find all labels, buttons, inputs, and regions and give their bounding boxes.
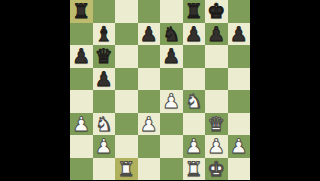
- square-h1[interactable]: [228, 158, 251, 181]
- piece-black-pawn[interactable]: ♟: [230, 22, 248, 45]
- square-e3[interactable]: [160, 113, 183, 136]
- square-a2[interactable]: [70, 135, 93, 158]
- square-a4[interactable]: [70, 90, 93, 113]
- square-a3[interactable]: ♟: [70, 113, 93, 136]
- square-g7[interactable]: ♟: [205, 23, 228, 46]
- square-g2[interactable]: ♟: [205, 135, 228, 158]
- piece-white-queen[interactable]: ♛: [207, 112, 225, 135]
- square-a7[interactable]: [70, 23, 93, 46]
- piece-white-knight[interactable]: ♞: [185, 90, 203, 113]
- chess-board: ♜♜♚♝♟♞♟♟♟♟♛♟♟♟♞♟♞♟♛♟♟♟♟♜♜♚: [70, 0, 250, 180]
- square-g5[interactable]: [205, 68, 228, 91]
- piece-black-pawn[interactable]: ♟: [207, 22, 225, 45]
- square-b2[interactable]: ♟: [93, 135, 116, 158]
- piece-white-pawn[interactable]: ♟: [207, 135, 225, 158]
- piece-black-pawn[interactable]: ♟: [95, 67, 113, 90]
- piece-white-pawn[interactable]: ♟: [72, 112, 90, 135]
- square-c8[interactable]: [115, 0, 138, 23]
- square-h5[interactable]: [228, 68, 251, 91]
- piece-white-pawn[interactable]: ♟: [230, 135, 248, 158]
- square-c1[interactable]: ♜: [115, 158, 138, 181]
- square-c2[interactable]: [115, 135, 138, 158]
- square-c7[interactable]: [115, 23, 138, 46]
- square-f4[interactable]: ♞: [183, 90, 206, 113]
- square-d2[interactable]: [138, 135, 161, 158]
- square-d8[interactable]: [138, 0, 161, 23]
- square-c6[interactable]: [115, 45, 138, 68]
- piece-black-king[interactable]: ♚: [207, 0, 225, 22]
- square-f1[interactable]: ♜: [183, 158, 206, 181]
- square-a6[interactable]: ♟: [70, 45, 93, 68]
- piece-white-pawn[interactable]: ♟: [185, 135, 203, 158]
- square-b6[interactable]: ♛: [93, 45, 116, 68]
- square-h8[interactable]: [228, 0, 251, 23]
- piece-white-king[interactable]: ♚: [207, 157, 225, 180]
- square-e2[interactable]: [160, 135, 183, 158]
- square-e6[interactable]: ♟: [160, 45, 183, 68]
- square-d7[interactable]: ♟: [138, 23, 161, 46]
- square-b3[interactable]: ♞: [93, 113, 116, 136]
- piece-black-rook[interactable]: ♜: [72, 0, 90, 22]
- square-d4[interactable]: [138, 90, 161, 113]
- square-g3[interactable]: ♛: [205, 113, 228, 136]
- square-d1[interactable]: [138, 158, 161, 181]
- square-g4[interactable]: [205, 90, 228, 113]
- piece-black-pawn[interactable]: ♟: [140, 22, 158, 45]
- square-h4[interactable]: [228, 90, 251, 113]
- square-a8[interactable]: ♜: [70, 0, 93, 23]
- piece-white-rook[interactable]: ♜: [185, 157, 203, 180]
- square-b5[interactable]: ♟: [93, 68, 116, 91]
- square-h7[interactable]: ♟: [228, 23, 251, 46]
- square-f6[interactable]: [183, 45, 206, 68]
- square-b4[interactable]: [93, 90, 116, 113]
- square-e1[interactable]: [160, 158, 183, 181]
- square-c4[interactable]: [115, 90, 138, 113]
- square-d5[interactable]: [138, 68, 161, 91]
- square-d3[interactable]: ♟: [138, 113, 161, 136]
- square-g1[interactable]: ♚: [205, 158, 228, 181]
- square-a5[interactable]: [70, 68, 93, 91]
- square-e8[interactable]: [160, 0, 183, 23]
- piece-white-pawn[interactable]: ♟: [162, 90, 180, 113]
- piece-black-pawn[interactable]: ♟: [162, 45, 180, 68]
- piece-white-pawn[interactable]: ♟: [140, 112, 158, 135]
- piece-white-pawn[interactable]: ♟: [95, 135, 113, 158]
- square-d6[interactable]: [138, 45, 161, 68]
- square-b8[interactable]: [93, 0, 116, 23]
- square-c3[interactable]: [115, 113, 138, 136]
- square-c5[interactable]: [115, 68, 138, 91]
- square-h2[interactable]: ♟: [228, 135, 251, 158]
- square-a1[interactable]: [70, 158, 93, 181]
- square-f5[interactable]: [183, 68, 206, 91]
- piece-black-pawn[interactable]: ♟: [72, 45, 90, 68]
- square-e7[interactable]: ♞: [160, 23, 183, 46]
- square-b7[interactable]: ♝: [93, 23, 116, 46]
- square-f2[interactable]: ♟: [183, 135, 206, 158]
- square-f3[interactable]: [183, 113, 206, 136]
- square-f8[interactable]: ♜: [183, 0, 206, 23]
- square-b1[interactable]: [93, 158, 116, 181]
- square-e5[interactable]: [160, 68, 183, 91]
- piece-white-rook[interactable]: ♜: [117, 157, 135, 180]
- piece-black-knight[interactable]: ♞: [162, 22, 180, 45]
- piece-black-queen[interactable]: ♛: [95, 45, 113, 68]
- piece-black-pawn[interactable]: ♟: [185, 22, 203, 45]
- piece-black-bishop[interactable]: ♝: [95, 22, 113, 45]
- square-g6[interactable]: [205, 45, 228, 68]
- piece-black-rook[interactable]: ♜: [185, 0, 203, 22]
- square-g8[interactable]: ♚: [205, 0, 228, 23]
- square-e4[interactable]: ♟: [160, 90, 183, 113]
- square-h6[interactable]: [228, 45, 251, 68]
- piece-white-knight[interactable]: ♞: [95, 112, 113, 135]
- square-h3[interactable]: [228, 113, 251, 136]
- square-f7[interactable]: ♟: [183, 23, 206, 46]
